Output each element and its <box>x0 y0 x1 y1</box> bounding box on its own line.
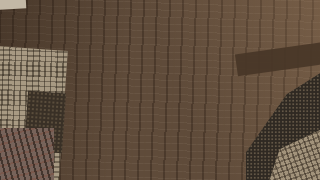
chess-board[interactable] <box>0 0 320 180</box>
photo-scene <box>0 0 320 180</box>
